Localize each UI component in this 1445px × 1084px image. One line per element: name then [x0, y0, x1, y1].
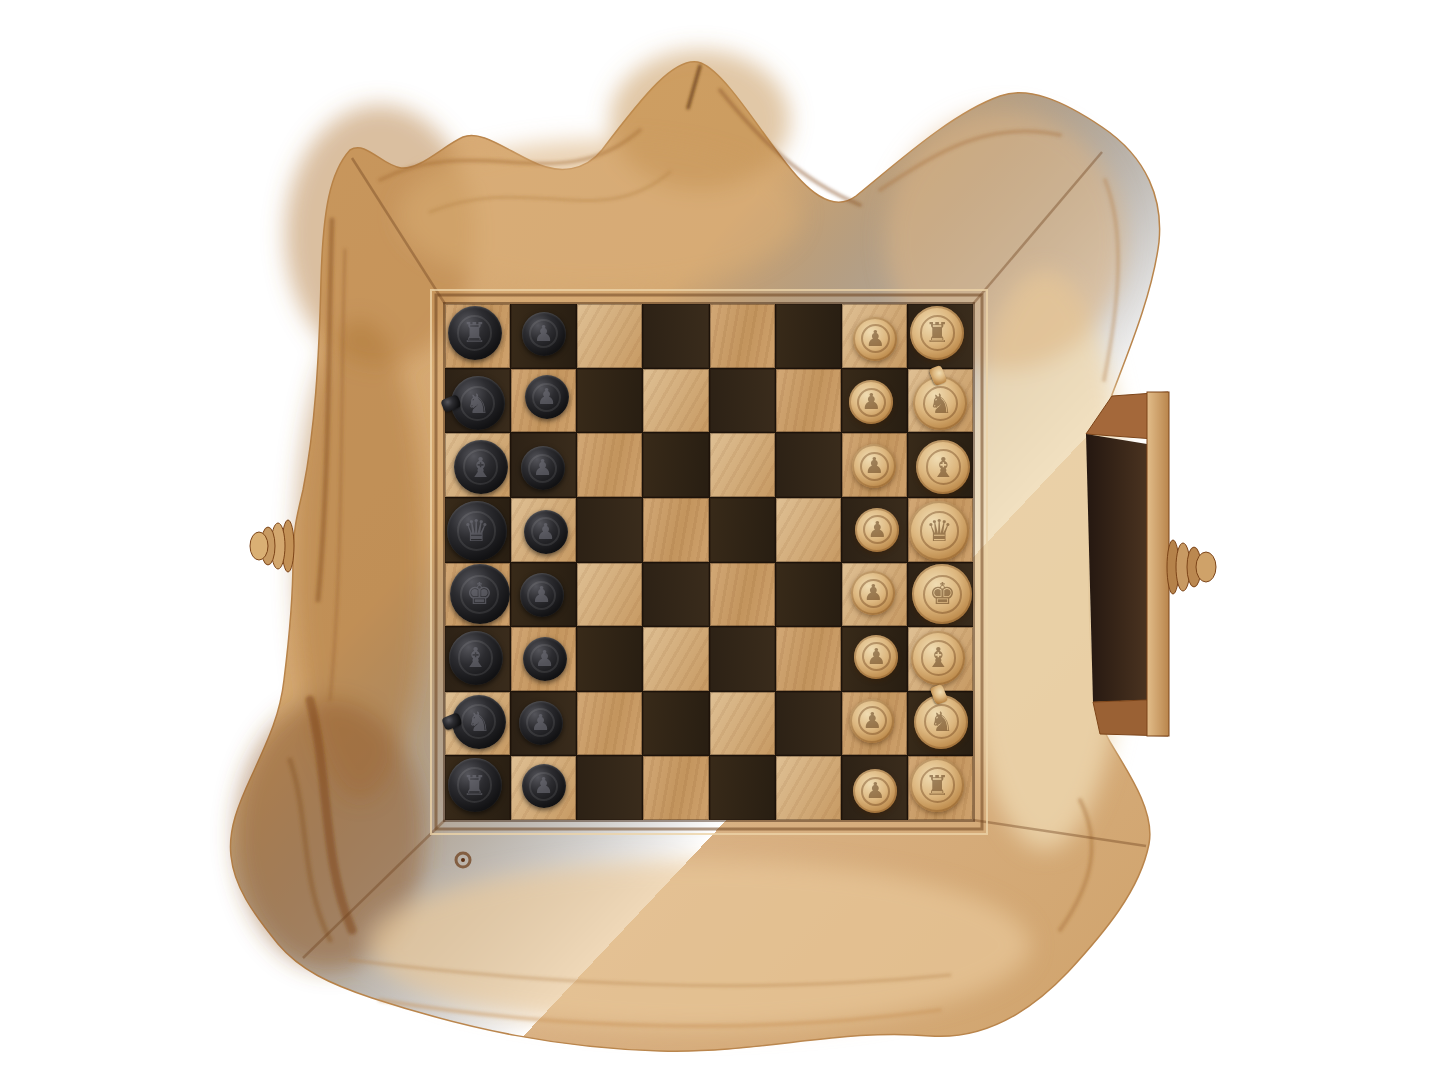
black-pawn[interactable]: ♟: [523, 637, 567, 681]
square-d1[interactable]: ♛: [908, 498, 973, 562]
chess-set-photo: ♜♟♟♜♞♟♟♞♝♟♟♝♛♟♟♛♚♟♟♚♝♟♟♝♞♟♟♞♜♟♟♜: [0, 0, 1445, 1084]
white-pawn[interactable]: ♟: [851, 571, 895, 615]
square-a7[interactable]: ♟: [511, 304, 576, 368]
square-b5[interactable]: [643, 369, 708, 433]
square-c2[interactable]: ♟: [842, 433, 907, 497]
piece-glyph: ♟: [865, 780, 885, 802]
black-rook[interactable]: ♜: [448, 758, 502, 812]
square-e2[interactable]: ♟: [842, 563, 907, 627]
piece-glyph: ♜: [925, 319, 949, 346]
black-pawn[interactable]: ♟: [521, 446, 565, 490]
square-d8[interactable]: ♛: [445, 498, 510, 562]
drawer-front-panel: [1147, 392, 1169, 736]
square-e4[interactable]: [710, 563, 775, 627]
white-pawn[interactable]: ♟: [849, 380, 893, 424]
square-h8[interactable]: ♜: [445, 756, 510, 820]
piece-glyph: ♜: [462, 319, 486, 346]
black-bishop[interactable]: ♝: [454, 440, 508, 494]
square-f6[interactable]: [577, 627, 642, 691]
square-f5[interactable]: [643, 627, 708, 691]
white-knight[interactable]: ♞: [913, 376, 967, 430]
square-d5[interactable]: [643, 498, 708, 562]
black-bishop[interactable]: ♝: [449, 631, 503, 685]
square-c4[interactable]: [710, 433, 775, 497]
black-rook[interactable]: ♜: [448, 306, 502, 360]
piece-glyph: ♚: [929, 579, 956, 609]
square-b2[interactable]: ♟: [842, 369, 907, 433]
square-c7[interactable]: ♟: [511, 433, 576, 497]
black-knight[interactable]: ♞: [452, 695, 506, 749]
square-c3[interactable]: [776, 433, 841, 497]
piece-glyph: ♝: [926, 644, 950, 671]
square-f3[interactable]: [776, 627, 841, 691]
square-a6[interactable]: [577, 304, 642, 368]
piece-glyph: ♟: [534, 323, 554, 345]
piece-glyph: ♞: [928, 390, 952, 417]
piece-glyph: ♟: [863, 582, 883, 604]
square-a8[interactable]: ♜: [445, 304, 510, 368]
square-d4[interactable]: [710, 498, 775, 562]
square-f7[interactable]: ♟: [511, 627, 576, 691]
piece-glyph: ♟: [535, 648, 555, 670]
square-h3[interactable]: [776, 756, 841, 820]
square-g7[interactable]: ♟: [511, 692, 576, 756]
white-pawn[interactable]: ♟: [850, 699, 894, 743]
white-pawn[interactable]: ♟: [855, 508, 899, 552]
white-king[interactable]: ♚: [912, 564, 972, 624]
right-drawer-open[interactable]: [1086, 392, 1216, 736]
right-drawer-knob[interactable]: [1167, 540, 1216, 594]
square-g1[interactable]: ♞: [908, 692, 973, 756]
piece-glyph: ♛: [463, 516, 490, 546]
piece-glyph: ♞: [465, 390, 489, 417]
white-rook[interactable]: ♜: [910, 306, 964, 360]
square-b7[interactable]: ♟: [511, 369, 576, 433]
piece-glyph: ♝: [931, 454, 955, 481]
square-b6[interactable]: [577, 369, 642, 433]
square-g4[interactable]: [710, 692, 775, 756]
square-e6[interactable]: [577, 563, 642, 627]
white-bishop[interactable]: ♝: [911, 631, 965, 685]
piece-glyph: ♛: [926, 516, 953, 546]
black-pawn[interactable]: ♟: [522, 312, 566, 356]
square-b4[interactable]: [710, 369, 775, 433]
square-h7[interactable]: ♟: [511, 756, 576, 820]
square-e1[interactable]: ♚: [908, 563, 973, 627]
square-d7[interactable]: ♟: [511, 498, 576, 562]
black-pawn[interactable]: ♟: [519, 701, 563, 745]
piece-glyph: ♟: [865, 328, 885, 350]
square-a3[interactable]: [776, 304, 841, 368]
black-pawn[interactable]: ♟: [520, 573, 564, 617]
square-a1[interactable]: ♜: [908, 304, 973, 368]
square-h5[interactable]: [643, 756, 708, 820]
piece-glyph: ♟: [531, 712, 551, 734]
drawer-cavity: [1086, 434, 1147, 702]
piece-glyph: ♟: [537, 386, 557, 408]
piece-glyph: ♜: [925, 772, 949, 799]
black-pawn[interactable]: ♟: [524, 510, 568, 554]
square-h2[interactable]: ♟: [842, 756, 907, 820]
square-g3[interactable]: [776, 692, 841, 756]
white-knight[interactable]: ♞: [914, 695, 968, 749]
piece-glyph: ♟: [861, 391, 881, 413]
square-d3[interactable]: [776, 498, 841, 562]
square-h6[interactable]: [577, 756, 642, 820]
square-g6[interactable]: [577, 692, 642, 756]
piece-glyph: ♞: [466, 708, 490, 735]
piece-glyph: ♟: [866, 646, 886, 668]
piece-glyph: ♟: [867, 519, 887, 541]
white-rook[interactable]: ♜: [910, 758, 964, 812]
left-drawer-knob[interactable]: [250, 520, 294, 572]
black-king[interactable]: ♚: [450, 564, 510, 624]
piece-glyph: ♚: [466, 579, 493, 609]
white-pawn[interactable]: ♟: [853, 769, 897, 813]
white-pawn[interactable]: ♟: [852, 444, 896, 488]
piece-glyph: ♝: [468, 454, 492, 481]
square-c1[interactable]: ♝: [908, 433, 973, 497]
square-b8[interactable]: ♞: [445, 369, 510, 433]
square-g2[interactable]: ♟: [842, 692, 907, 756]
square-a2[interactable]: ♟: [842, 304, 907, 368]
black-queen[interactable]: ♛: [447, 501, 507, 561]
white-bishop[interactable]: ♝: [916, 440, 970, 494]
piece-glyph: ♟: [534, 775, 554, 797]
piece-glyph: ♟: [533, 457, 553, 479]
square-d2[interactable]: ♟: [842, 498, 907, 562]
piece-glyph: ♟: [864, 455, 884, 477]
square-h4[interactable]: [710, 756, 775, 820]
square-a5[interactable]: [643, 304, 708, 368]
square-a4[interactable]: [710, 304, 775, 368]
square-g5[interactable]: [643, 692, 708, 756]
piece-glyph: ♜: [462, 772, 486, 799]
black-pawn[interactable]: ♟: [522, 764, 566, 808]
piece-glyph: ♟: [862, 710, 882, 732]
square-f4[interactable]: [710, 627, 775, 691]
square-f2[interactable]: ♟: [842, 627, 907, 691]
square-e5[interactable]: [643, 563, 708, 627]
square-d6[interactable]: [577, 498, 642, 562]
square-c6[interactable]: [577, 433, 642, 497]
square-f8[interactable]: ♝: [445, 627, 510, 691]
white-pawn[interactable]: ♟: [854, 635, 898, 679]
square-e7[interactable]: ♟: [511, 563, 576, 627]
piece-glyph: ♝: [463, 644, 487, 671]
square-b1[interactable]: ♞: [908, 369, 973, 433]
square-c8[interactable]: ♝: [445, 433, 510, 497]
square-h1[interactable]: ♜: [908, 756, 973, 820]
square-e3[interactable]: [776, 563, 841, 627]
square-e8[interactable]: ♚: [445, 563, 510, 627]
piece-glyph: ♞: [929, 708, 953, 735]
square-f1[interactable]: ♝: [908, 627, 973, 691]
black-knight[interactable]: ♞: [451, 376, 505, 430]
square-g8[interactable]: ♞: [445, 692, 510, 756]
square-c5[interactable]: [643, 433, 708, 497]
white-queen[interactable]: ♛: [909, 501, 969, 561]
white-pawn[interactable]: ♟: [853, 317, 897, 361]
chess-board: ♜♟♟♜♞♟♟♞♝♟♟♝♛♟♟♛♚♟♟♚♝♟♟♝♞♟♟♞♜♟♟♜: [445, 304, 973, 820]
black-pawn[interactable]: ♟: [525, 375, 569, 419]
square-b3[interactable]: [776, 369, 841, 433]
piece-glyph: ♟: [536, 521, 556, 543]
piece-glyph: ♟: [532, 584, 552, 606]
